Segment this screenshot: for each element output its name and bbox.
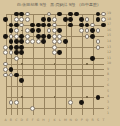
white-stone — [96, 39, 101, 44]
black-stone — [47, 34, 52, 39]
black-stone — [30, 23, 35, 28]
black-stone — [41, 39, 46, 44]
black-stone — [47, 23, 52, 28]
black-stone — [9, 45, 14, 50]
coordinates-right: 19181716151413121110987654321 — [107, 11, 111, 116]
black-stone — [79, 100, 84, 105]
black-stone — [101, 23, 106, 28]
black-stone — [90, 28, 95, 33]
black-stone — [9, 67, 14, 72]
result-label: (白中盘胜) — [79, 1, 98, 9]
white-stone — [85, 34, 90, 39]
white-stone — [19, 17, 24, 22]
coordinates-bottom: ABCDEFGHJKLMNOPQRST — [3, 118, 106, 123]
black-stone — [79, 23, 84, 28]
white-stone — [14, 56, 19, 61]
white-stone — [25, 28, 30, 33]
black-stone — [96, 17, 101, 22]
hoshi-point — [86, 63, 88, 65]
black-stone — [96, 95, 101, 100]
go-diagram: 白:依田纪基 9段 黑:周鹤洋 9段 (白中盘胜) ABCDEFGHJKLMNO… — [0, 0, 120, 126]
black-stone — [36, 34, 41, 39]
go-board — [3, 11, 106, 116]
black-stone — [85, 23, 90, 28]
black-stone — [47, 17, 52, 22]
black-stone — [68, 23, 73, 28]
white-stone — [79, 28, 84, 33]
white-stone — [52, 50, 57, 55]
white-stone — [101, 17, 106, 22]
white-stone — [3, 67, 8, 72]
hoshi-point — [21, 63, 23, 65]
white-stone — [85, 17, 90, 22]
white-stone — [68, 100, 73, 105]
hoshi-point — [54, 63, 56, 65]
black-stone — [3, 34, 8, 39]
white-stone — [47, 28, 52, 33]
white-stone — [30, 106, 35, 111]
white-stone — [90, 23, 95, 28]
game-header: 白:依田纪基 9段 黑:周鹤洋 9段 (白中盘胜) — [17, 1, 119, 9]
white-stone — [101, 12, 106, 17]
white-stone — [3, 73, 8, 78]
black-stone — [19, 12, 24, 17]
intersection[interactable] — [101, 111, 106, 117]
white-stone — [47, 12, 52, 17]
white-stone — [25, 12, 30, 17]
white-stone — [52, 34, 57, 39]
black-stone — [14, 12, 19, 17]
white-stone — [52, 17, 57, 22]
black-stone — [36, 28, 41, 33]
white-stone — [57, 34, 62, 39]
black-stone — [14, 50, 19, 55]
black-stone — [9, 23, 14, 28]
black-stone — [68, 17, 73, 22]
black-stone — [57, 12, 62, 17]
white-stone — [9, 100, 14, 105]
black-stone — [96, 12, 101, 17]
black-stone — [19, 78, 24, 83]
black-stone — [36, 23, 41, 28]
white-stone — [25, 17, 30, 22]
white-stone — [25, 39, 30, 44]
white-stone — [3, 62, 8, 67]
black-stone — [57, 28, 62, 33]
black-stone — [9, 39, 14, 44]
white-player-label: 白:依田纪基 9段 — [17, 1, 46, 9]
coordinate-number: 1 — [107, 111, 111, 117]
black-stone — [14, 23, 19, 28]
black-stone — [14, 73, 19, 78]
hoshi-point — [86, 96, 88, 98]
black-stone — [3, 17, 8, 22]
white-stone — [52, 45, 57, 50]
black-stone — [30, 28, 35, 33]
black-stone — [57, 50, 62, 55]
white-stone — [85, 28, 90, 33]
black-stone — [63, 39, 68, 44]
white-stone — [14, 100, 19, 105]
white-stone — [19, 23, 24, 28]
black-stone — [79, 17, 84, 22]
hoshi-point — [21, 96, 23, 98]
white-stone — [52, 39, 57, 44]
hoshi-point — [21, 30, 23, 32]
black-player-label: 黑:周鹤洋 9段 — [50, 1, 75, 9]
black-stone — [14, 45, 19, 50]
white-stone — [14, 17, 19, 22]
white-stone — [9, 73, 14, 78]
black-stone — [41, 17, 46, 22]
black-stone — [90, 34, 95, 39]
white-stone — [52, 28, 57, 33]
white-stone — [96, 45, 101, 50]
white-stone — [14, 28, 19, 33]
black-stone — [14, 39, 19, 44]
white-stone — [25, 34, 30, 39]
hoshi-point — [54, 96, 56, 98]
white-stone — [14, 34, 19, 39]
black-stone — [9, 28, 14, 33]
black-stone — [63, 17, 68, 22]
white-stone — [36, 39, 41, 44]
coordinate-letter: T — [101, 118, 106, 123]
white-stone — [96, 28, 101, 33]
white-stone — [57, 39, 62, 44]
black-stone — [74, 12, 79, 17]
black-stone — [90, 56, 95, 61]
white-stone — [3, 50, 8, 55]
black-stone — [19, 34, 24, 39]
white-stone — [9, 50, 14, 55]
black-stone — [19, 39, 24, 44]
black-stone — [41, 34, 46, 39]
black-stone — [68, 12, 73, 17]
white-stone — [30, 39, 35, 44]
black-stone — [19, 50, 24, 55]
white-stone — [9, 34, 14, 39]
black-stone — [41, 23, 46, 28]
black-stone — [19, 45, 24, 50]
white-stone — [3, 45, 8, 50]
white-stone — [52, 23, 57, 28]
